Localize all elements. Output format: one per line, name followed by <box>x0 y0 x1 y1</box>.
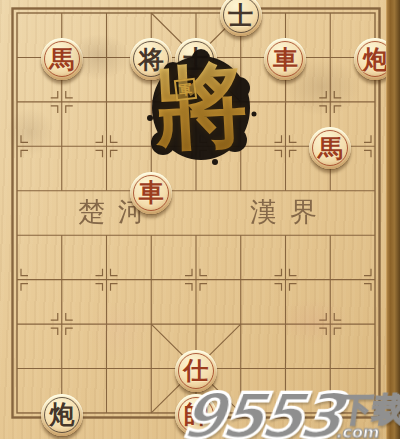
piece-black-advisor[interactable]: 士 <box>220 0 262 36</box>
piece-black-cannon[interactable]: 炮 <box>41 394 83 436</box>
piece-character: 仕 <box>175 350 217 392</box>
piece-red-horse[interactable]: 馬 <box>41 38 83 80</box>
piece-character: 士 <box>220 0 262 36</box>
piece-character: 帥 <box>175 394 217 436</box>
piece-character: 炮 <box>41 394 83 436</box>
piece-character: 馬 <box>41 38 83 80</box>
board-wood-frame <box>386 0 400 439</box>
xiangqi-app-screen: 楚河 漢界 馬車炮馬車仕帥将士士炮 將 軍 9553 下载 <box>0 0 400 439</box>
piece-black-advisor[interactable]: 士 <box>175 38 217 80</box>
piece-character: 車 <box>264 38 306 80</box>
piece-red-chariot[interactable]: 車 <box>264 38 306 80</box>
piece-grid: 馬車炮馬車仕帥将士士炮 <box>0 0 397 435</box>
piece-red-advisor[interactable]: 仕 <box>175 350 217 392</box>
piece-red-chariot[interactable]: 車 <box>130 172 172 214</box>
piece-character: 車 <box>130 172 172 214</box>
piece-character: 将 <box>130 38 172 80</box>
piece-character: 士 <box>175 38 217 80</box>
piece-character: 馬 <box>309 127 351 169</box>
piece-red-horse[interactable]: 馬 <box>309 127 351 169</box>
piece-red-general[interactable]: 帥 <box>175 394 217 436</box>
piece-black-general[interactable]: 将 <box>130 38 172 80</box>
